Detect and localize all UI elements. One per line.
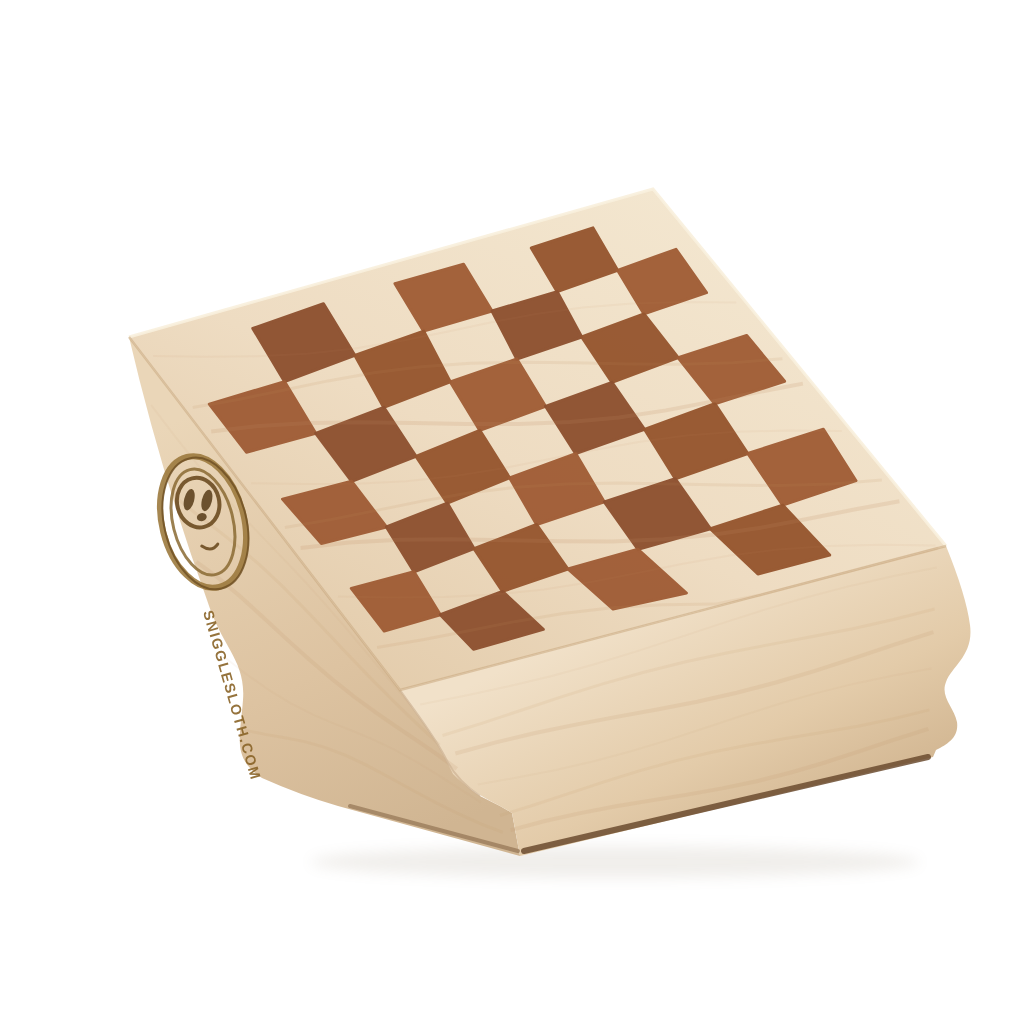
- stamp-block: SNIGGLESLOTH.COM: [129, 189, 970, 856]
- product-photo: SNIGGLESLOTH.COM: [0, 0, 1024, 1024]
- ground-shadow: [310, 846, 920, 878]
- stamp-illustration: SNIGGLESLOTH.COM: [0, 0, 1024, 1024]
